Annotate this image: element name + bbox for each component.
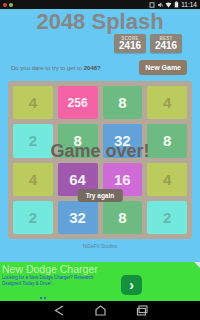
navigation-bar (0, 301, 200, 320)
ad-cta-button[interactable]: › (121, 275, 142, 295)
home-icon (94, 305, 107, 316)
tile-8: 8 (103, 86, 143, 119)
tile-4: 4 (13, 163, 53, 196)
question-goal: 2048? (84, 65, 101, 71)
ad-headline: New Dodge Charger (2, 264, 200, 275)
subheader-row: Do you dare to try to get to 2048? New G… (0, 60, 200, 75)
ad-banner[interactable]: New Dodge Charger Looking for a New Dodg… (0, 262, 200, 301)
tile-4: 4 (13, 86, 53, 119)
adchoices-icon[interactable] (194, 262, 200, 268)
tile-4: 4 (147, 163, 187, 196)
screen: 11:14 2048 Splash SCORE 2416 BEST 2416 D… (0, 0, 200, 320)
try-again-button[interactable]: Try again (78, 189, 123, 202)
score-value: 2416 (114, 41, 146, 51)
notification-icon-green (9, 3, 13, 7)
notification-area (3, 3, 13, 7)
recents-icon (136, 305, 149, 316)
tile-256: 256 (58, 86, 98, 119)
clock: 11:14 (181, 0, 197, 9)
score-box: SCORE 2416 (114, 34, 146, 53)
tile-2: 2 (147, 201, 187, 234)
notification-icon-red (3, 3, 7, 7)
tile-8: 8 (103, 201, 143, 234)
screenshot-icon (149, 2, 155, 8)
new-game-button[interactable]: New Game (139, 60, 187, 75)
tile-2: 2 (13, 201, 53, 234)
tile-32: 32 (58, 201, 98, 234)
mute-icon (157, 2, 163, 8)
back-icon (52, 305, 65, 316)
score-panel: SCORE 2416 BEST 2416 (0, 34, 200, 53)
chevron-right-icon: › (129, 277, 134, 293)
attribution-text: NiDeFit Studios (0, 243, 200, 249)
page-title: 2048 Splash (0, 10, 200, 33)
tile-8: 8 (58, 124, 98, 157)
board-area: 4256842832846416423282 Game over! Try ag… (8, 81, 192, 239)
best-box: BEST 2416 (150, 34, 182, 53)
back-button[interactable] (52, 305, 65, 316)
ad-pagination-dots (40, 297, 46, 299)
tile-32: 32 (103, 124, 143, 157)
home-button[interactable] (94, 305, 107, 316)
board[interactable]: 4256842832846416423282 (8, 81, 192, 239)
tile-4: 4 (147, 86, 187, 119)
ad-line-2: Designed Today & Drive! (2, 281, 200, 287)
status-bar: 11:14 (0, 0, 200, 9)
tile-2: 2 (13, 124, 53, 157)
wifi-icon (165, 2, 172, 8)
status-icons: 11:14 (149, 0, 197, 9)
best-value: 2416 (150, 41, 182, 51)
battery-icon (174, 1, 179, 8)
question-text: Do you dare to try to get to 2048? (11, 65, 101, 71)
recents-button[interactable] (136, 305, 149, 316)
tile-8: 8 (147, 124, 187, 157)
question-prefix: Do you dare to try to get to (11, 65, 84, 71)
